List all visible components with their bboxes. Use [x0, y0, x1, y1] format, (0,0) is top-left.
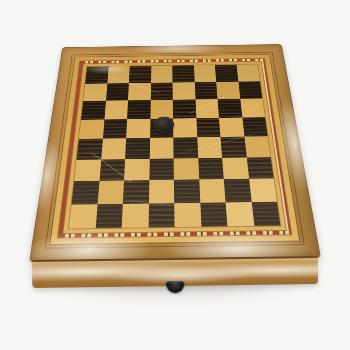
square-r8c5[interactable]	[174, 202, 201, 227]
square-r6c8[interactable]	[246, 157, 273, 179]
frame-pinstripe-inner	[49, 54, 300, 245]
square-r1c2[interactable]	[107, 66, 130, 83]
square-r3c3[interactable]	[127, 100, 150, 119]
square-r5c1[interactable]	[77, 139, 103, 160]
square-r6c5[interactable]	[174, 158, 199, 180]
inlay-band	[58, 59, 291, 238]
square-r6c3[interactable]	[124, 158, 149, 180]
square-r1c4[interactable]	[151, 66, 173, 83]
drawer-knob[interactable]	[167, 281, 185, 293]
square-r7c5[interactable]	[174, 179, 200, 202]
square-r8c8[interactable]	[251, 201, 280, 226]
square-r4c6[interactable]	[196, 118, 220, 138]
square-r6c2[interactable]	[99, 159, 125, 181]
square-r6c7[interactable]	[222, 157, 249, 179]
frame-pinstripe-outer	[45, 52, 305, 249]
square-r8c3[interactable]	[122, 203, 149, 228]
square-r8c6[interactable]	[200, 202, 228, 227]
square-r3c5[interactable]	[173, 99, 196, 118]
square-r2c1[interactable]	[83, 83, 107, 101]
square-r5c2[interactable]	[101, 138, 126, 159]
square-r4c1[interactable]	[79, 119, 104, 139]
square-r1c6[interactable]	[194, 65, 217, 82]
square-r1c1[interactable]	[85, 66, 108, 83]
square-r3c2[interactable]	[104, 100, 128, 119]
board-photo	[0, 0, 350, 350]
square-r1c3[interactable]	[129, 66, 151, 83]
checkers-board	[29, 44, 321, 262]
square-r4c5[interactable]	[173, 118, 197, 138]
square-r3c6[interactable]	[195, 99, 219, 118]
square-r2c4[interactable]	[150, 82, 172, 100]
square-r4c3[interactable]	[126, 119, 150, 139]
square-r4c7[interactable]	[219, 117, 244, 137]
square-r1c5[interactable]	[172, 65, 194, 82]
square-r5c5[interactable]	[173, 137, 198, 158]
square-r3c4[interactable]	[150, 100, 173, 119]
square-r8c7[interactable]	[226, 202, 254, 227]
square-r5c8[interactable]	[244, 136, 270, 157]
black-checker-piece[interactable]	[154, 117, 175, 133]
board-grid	[69, 64, 281, 228]
square-r8c2[interactable]	[95, 203, 123, 228]
square-r1c7[interactable]	[215, 65, 238, 82]
board-side	[32, 256, 318, 288]
square-r6c4[interactable]	[149, 158, 174, 180]
square-r4c4[interactable]	[150, 118, 174, 138]
square-r2c3[interactable]	[128, 83, 151, 101]
square-r3c7[interactable]	[218, 99, 242, 118]
square-r5c6[interactable]	[197, 137, 222, 158]
square-r5c7[interactable]	[220, 137, 246, 158]
square-r7c3[interactable]	[123, 180, 149, 203]
square-r2c8[interactable]	[238, 81, 262, 99]
square-r2c2[interactable]	[106, 83, 129, 101]
square-r2c7[interactable]	[216, 81, 240, 99]
square-r2c6[interactable]	[194, 82, 217, 100]
square-r8c1[interactable]	[69, 204, 97, 229]
square-r4c2[interactable]	[103, 119, 128, 139]
square-r8c4[interactable]	[148, 203, 174, 228]
square-r7c4[interactable]	[149, 180, 175, 203]
square-r7c8[interactable]	[249, 178, 277, 201]
square-r4c8[interactable]	[242, 117, 268, 137]
square-r7c7[interactable]	[224, 179, 251, 202]
yellow-margin	[50, 55, 299, 244]
square-r7c1[interactable]	[72, 181, 100, 204]
square-r1c8[interactable]	[236, 64, 260, 81]
square-r7c6[interactable]	[199, 179, 226, 202]
square-r3c8[interactable]	[240, 99, 265, 118]
square-r3c1[interactable]	[81, 101, 105, 120]
square-r5c4[interactable]	[149, 138, 173, 159]
square-r6c1[interactable]	[74, 159, 101, 181]
square-r6c6[interactable]	[198, 157, 224, 179]
square-r7c2[interactable]	[97, 180, 124, 203]
square-r2c5[interactable]	[173, 82, 196, 100]
board-wrap	[28, 0, 322, 300]
square-r5c3[interactable]	[125, 138, 150, 159]
